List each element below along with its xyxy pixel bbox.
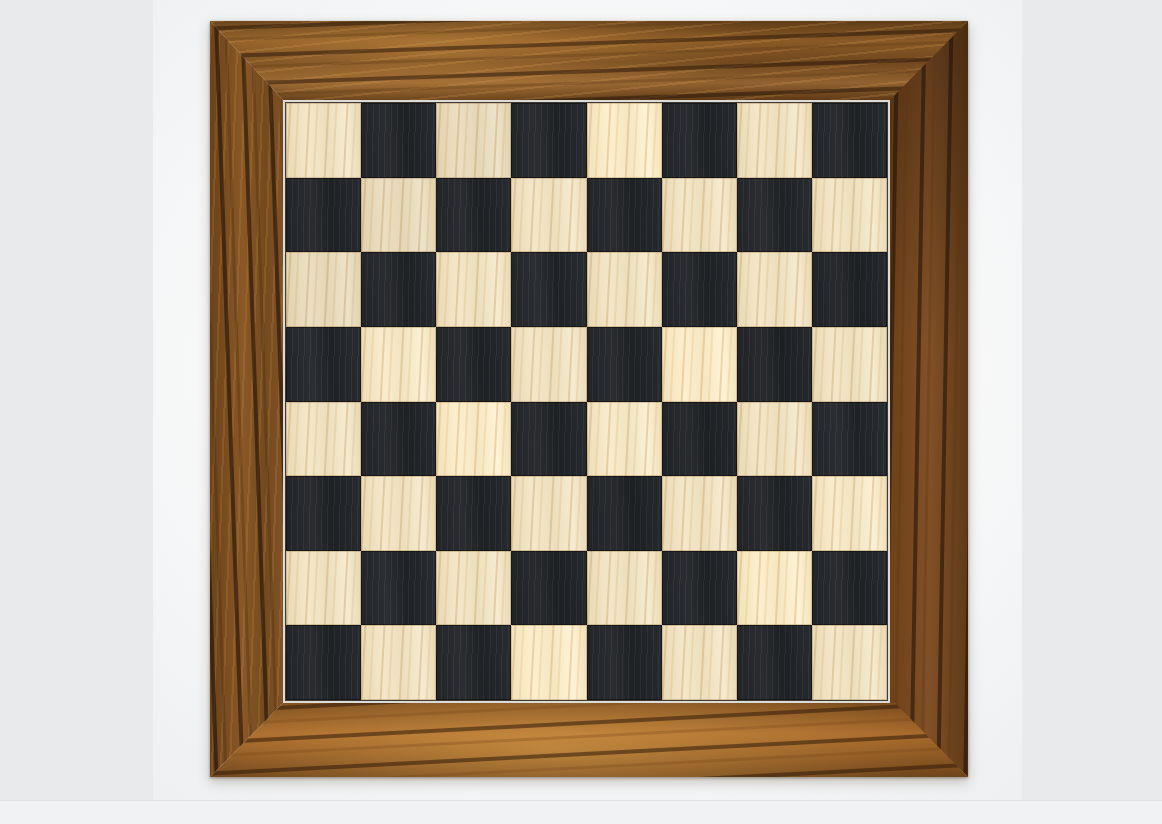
square-e7 (587, 178, 662, 253)
square-b5 (361, 327, 436, 402)
square-a7 (286, 178, 361, 253)
square-g7 (737, 178, 812, 253)
square-c1 (436, 625, 511, 700)
board-frame-bottom (210, 703, 968, 777)
square-d6 (511, 252, 586, 327)
square-e5 (587, 327, 662, 402)
square-e2 (587, 551, 662, 626)
square-b1 (361, 625, 436, 700)
square-c6 (436, 252, 511, 327)
square-a8 (286, 103, 361, 178)
square-a1 (286, 625, 361, 700)
square-d7 (511, 178, 586, 253)
square-b6 (361, 252, 436, 327)
board-fillet (283, 100, 890, 703)
page-section-divider (0, 800, 1162, 824)
square-g6 (737, 252, 812, 327)
square-f4 (662, 402, 737, 477)
square-a3 (286, 476, 361, 551)
square-g2 (737, 551, 812, 626)
square-d3 (511, 476, 586, 551)
square-b8 (361, 103, 436, 178)
square-c2 (436, 551, 511, 626)
square-b2 (361, 551, 436, 626)
square-c5 (436, 327, 511, 402)
square-h4 (812, 402, 887, 477)
square-g4 (737, 402, 812, 477)
square-f7 (662, 178, 737, 253)
page-background: { "game": "chess", "position": "8/8/8/8/… (0, 0, 1162, 824)
square-a2 (286, 551, 361, 626)
square-f5 (662, 327, 737, 402)
square-b3 (361, 476, 436, 551)
square-a4 (286, 402, 361, 477)
chess-board-grid (286, 103, 887, 700)
square-g3 (737, 476, 812, 551)
square-d8 (511, 103, 586, 178)
product-photo (153, 0, 1022, 800)
square-h3 (812, 476, 887, 551)
square-d5 (511, 327, 586, 402)
board-frame-top (210, 21, 968, 100)
chess-board (210, 21, 968, 777)
square-g5 (737, 327, 812, 402)
board-fillet-inner-line (285, 102, 888, 701)
square-d2 (511, 551, 586, 626)
square-c7 (436, 178, 511, 253)
square-f6 (662, 252, 737, 327)
square-c4 (436, 402, 511, 477)
square-b4 (361, 402, 436, 477)
square-f1 (662, 625, 737, 700)
square-h1 (812, 625, 887, 700)
square-e4 (587, 402, 662, 477)
square-a6 (286, 252, 361, 327)
square-h2 (812, 551, 887, 626)
square-h7 (812, 178, 887, 253)
square-b7 (361, 178, 436, 253)
square-e3 (587, 476, 662, 551)
square-g1 (737, 625, 812, 700)
square-c8 (436, 103, 511, 178)
square-h5 (812, 327, 887, 402)
square-f2 (662, 551, 737, 626)
board-frame-right (890, 21, 968, 777)
square-d1 (511, 625, 586, 700)
square-h6 (812, 252, 887, 327)
square-h8 (812, 103, 887, 178)
square-f3 (662, 476, 737, 551)
square-f8 (662, 103, 737, 178)
square-d4 (511, 402, 586, 477)
square-g8 (737, 103, 812, 178)
square-a5 (286, 327, 361, 402)
square-e1 (587, 625, 662, 700)
board-frame-left (210, 21, 283, 777)
square-e6 (587, 252, 662, 327)
square-e8 (587, 103, 662, 178)
square-c3 (436, 476, 511, 551)
